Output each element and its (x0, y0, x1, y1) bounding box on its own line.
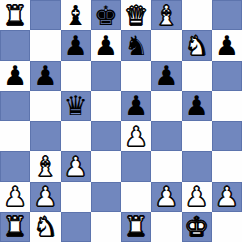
square-g4[interactable] (182, 121, 212, 151)
piece-black-queen[interactable]: ♛ (64, 92, 88, 119)
piece-white-rook[interactable]: ♜ (3, 213, 27, 240)
square-g5[interactable]: ♟ (182, 91, 212, 121)
piece-white-knight[interactable]: ♞ (185, 32, 209, 59)
square-b8[interactable] (30, 0, 60, 30)
square-a4[interactable] (0, 121, 30, 151)
piece-white-king[interactable]: ♚ (185, 213, 209, 240)
piece-white-pawn[interactable]: ♟ (185, 183, 209, 210)
square-g7[interactable]: ♞ (182, 30, 212, 60)
square-h3[interactable] (212, 151, 242, 181)
piece-white-rook[interactable]: ♜ (124, 213, 148, 240)
square-f2[interactable]: ♟ (151, 182, 181, 212)
square-f8[interactable]: ♝ (151, 0, 181, 30)
square-d7[interactable]: ♟ (91, 30, 121, 60)
square-d5[interactable] (91, 91, 121, 121)
piece-white-rook[interactable]: ♜ (3, 2, 27, 29)
square-c7[interactable]: ♟ (61, 30, 91, 60)
piece-black-knight[interactable]: ♞ (124, 32, 148, 59)
square-c5[interactable]: ♛ (61, 91, 91, 121)
square-f1[interactable] (151, 212, 181, 242)
square-b2[interactable]: ♟ (30, 182, 60, 212)
square-a3[interactable] (0, 151, 30, 181)
square-a6[interactable]: ♟ (0, 61, 30, 91)
square-d8[interactable]: ♚ (91, 0, 121, 30)
square-f5[interactable] (151, 91, 181, 121)
piece-white-knight[interactable]: ♞ (33, 213, 57, 240)
square-g1[interactable]: ♚ (182, 212, 212, 242)
square-f7[interactable] (151, 30, 181, 60)
square-h7[interactable]: ♟ (212, 30, 242, 60)
square-d2[interactable] (91, 182, 121, 212)
piece-black-king[interactable]: ♚ (94, 2, 118, 29)
square-c3[interactable]: ♟ (61, 151, 91, 181)
square-e7[interactable]: ♞ (121, 30, 151, 60)
square-g6[interactable] (182, 61, 212, 91)
square-c1[interactable] (61, 212, 91, 242)
square-h1[interactable] (212, 212, 242, 242)
piece-white-pawn[interactable]: ♟ (124, 123, 148, 150)
piece-white-pawn[interactable]: ♟ (215, 183, 239, 210)
square-c6[interactable] (61, 61, 91, 91)
square-a5[interactable] (0, 91, 30, 121)
square-c8[interactable]: ♝ (61, 0, 91, 30)
square-g3[interactable] (182, 151, 212, 181)
square-e1[interactable]: ♜ (121, 212, 151, 242)
square-e3[interactable] (121, 151, 151, 181)
square-h4[interactable] (212, 121, 242, 151)
piece-black-pawn[interactable]: ♟ (94, 32, 118, 59)
piece-black-pawn[interactable]: ♟ (154, 62, 178, 89)
square-g2[interactable]: ♟ (182, 182, 212, 212)
piece-black-pawn[interactable]: ♟ (3, 62, 27, 89)
piece-black-pawn[interactable]: ♟ (124, 92, 148, 119)
square-b7[interactable] (30, 30, 60, 60)
square-c4[interactable] (61, 121, 91, 151)
piece-white-pawn[interactable]: ♟ (64, 153, 88, 180)
square-b1[interactable]: ♞ (30, 212, 60, 242)
square-f6[interactable]: ♟ (151, 61, 181, 91)
piece-black-pawn[interactable]: ♟ (215, 32, 239, 59)
square-e6[interactable] (121, 61, 151, 91)
square-a2[interactable]: ♟ (0, 182, 30, 212)
square-e5[interactable]: ♟ (121, 91, 151, 121)
piece-white-bishop[interactable]: ♝ (33, 153, 57, 180)
piece-black-pawn[interactable]: ♟ (33, 62, 57, 89)
square-g8[interactable] (182, 0, 212, 30)
square-d6[interactable] (91, 61, 121, 91)
square-f4[interactable] (151, 121, 181, 151)
square-b3[interactable]: ♝ (30, 151, 60, 181)
square-h2[interactable]: ♟ (212, 182, 242, 212)
piece-white-pawn[interactable]: ♟ (154, 183, 178, 210)
square-d3[interactable] (91, 151, 121, 181)
square-b5[interactable] (30, 91, 60, 121)
piece-black-bishop[interactable]: ♝ (64, 2, 88, 29)
square-h8[interactable] (212, 0, 242, 30)
piece-white-bishop[interactable]: ♝ (154, 2, 178, 29)
square-h6[interactable] (212, 61, 242, 91)
square-f3[interactable] (151, 151, 181, 181)
piece-black-pawn[interactable]: ♟ (185, 92, 209, 119)
square-e8[interactable]: ♛ (121, 0, 151, 30)
square-c2[interactable] (61, 182, 91, 212)
square-b6[interactable]: ♟ (30, 61, 60, 91)
square-b4[interactable] (30, 121, 60, 151)
square-h5[interactable] (212, 91, 242, 121)
chess-board: ♜♝♚♛♝♟♟♞♞♟♟♟♟♛♟♟♟♝♟♟♟♟♟♟♜♞♜♚ (0, 0, 242, 242)
square-a7[interactable] (0, 30, 30, 60)
piece-white-queen[interactable]: ♛ (124, 2, 148, 29)
square-e2[interactable] (121, 182, 151, 212)
square-d1[interactable] (91, 212, 121, 242)
piece-white-pawn[interactable]: ♟ (33, 183, 57, 210)
square-a1[interactable]: ♜ (0, 212, 30, 242)
square-a8[interactable]: ♜ (0, 0, 30, 30)
square-e4[interactable]: ♟ (121, 121, 151, 151)
piece-white-pawn[interactable]: ♟ (3, 183, 27, 210)
piece-black-pawn[interactable]: ♟ (64, 32, 88, 59)
square-d4[interactable] (91, 121, 121, 151)
